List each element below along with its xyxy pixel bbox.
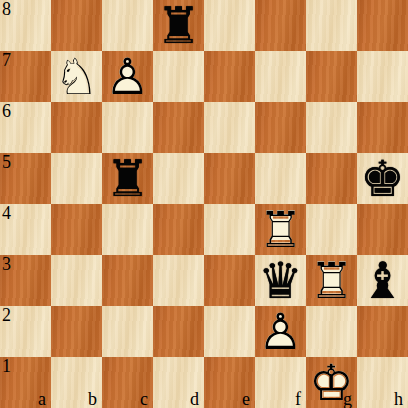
square-h1[interactable]: h bbox=[357, 357, 408, 408]
piece-white-rook-g3[interactable]: ♜♖ bbox=[306, 255, 357, 306]
white-king-outline: ♔ bbox=[306, 357, 357, 408]
white-knight-outline: ♘ bbox=[51, 51, 102, 102]
square-h8[interactable] bbox=[357, 0, 408, 51]
square-a5[interactable]: 5 bbox=[0, 153, 51, 204]
square-d7[interactable] bbox=[153, 51, 204, 102]
square-e7[interactable] bbox=[204, 51, 255, 102]
white-pawn-outline: ♙ bbox=[102, 51, 153, 102]
square-d6[interactable] bbox=[153, 102, 204, 153]
black-bishop-glyph: ♝ bbox=[357, 255, 408, 306]
square-e1[interactable]: e bbox=[204, 357, 255, 408]
black-rook-glyph: ♜ bbox=[102, 153, 153, 204]
piece-black-bishop-h3[interactable]: ♝ bbox=[357, 255, 408, 306]
square-g7[interactable] bbox=[306, 51, 357, 102]
piece-white-knight-b7[interactable]: ♞♘ bbox=[51, 51, 102, 102]
square-g8[interactable] bbox=[306, 0, 357, 51]
square-g5[interactable] bbox=[306, 153, 357, 204]
square-e5[interactable] bbox=[204, 153, 255, 204]
square-d3[interactable] bbox=[153, 255, 204, 306]
white-rook-outline: ♖ bbox=[306, 255, 357, 306]
piece-black-king-h5[interactable]: ♚ bbox=[357, 153, 408, 204]
square-b7[interactable]: ♞♘ bbox=[51, 51, 102, 102]
rank-label-5: 5 bbox=[2, 153, 11, 172]
square-c6[interactable] bbox=[102, 102, 153, 153]
square-c3[interactable] bbox=[102, 255, 153, 306]
square-a6[interactable]: 6 bbox=[0, 102, 51, 153]
square-b5[interactable] bbox=[51, 153, 102, 204]
square-c5[interactable]: ♜ bbox=[102, 153, 153, 204]
square-a3[interactable]: 3 bbox=[0, 255, 51, 306]
file-label-b: b bbox=[88, 390, 97, 408]
square-a8[interactable]: 8 bbox=[0, 0, 51, 51]
piece-black-queen-f3[interactable]: ♛ bbox=[255, 255, 306, 306]
rank-label-7: 7 bbox=[2, 51, 11, 70]
square-d8[interactable]: ♜ bbox=[153, 0, 204, 51]
square-b3[interactable] bbox=[51, 255, 102, 306]
square-e2[interactable] bbox=[204, 306, 255, 357]
square-b2[interactable] bbox=[51, 306, 102, 357]
square-f8[interactable] bbox=[255, 0, 306, 51]
white-rook-outline: ♖ bbox=[255, 204, 306, 255]
square-b1[interactable]: b bbox=[51, 357, 102, 408]
square-h4[interactable] bbox=[357, 204, 408, 255]
square-c4[interactable] bbox=[102, 204, 153, 255]
square-f2[interactable]: ♟♙ bbox=[255, 306, 306, 357]
file-label-a: a bbox=[38, 390, 46, 408]
square-a4[interactable]: 4 bbox=[0, 204, 51, 255]
chess-board: 8♜7♞♘♟♙65♜♚4♜♖3♛♜♖♝2♟♙1abcdefg♚♔h bbox=[0, 0, 408, 408]
square-h3[interactable]: ♝ bbox=[357, 255, 408, 306]
square-h6[interactable] bbox=[357, 102, 408, 153]
square-d2[interactable] bbox=[153, 306, 204, 357]
black-king-glyph: ♚ bbox=[357, 153, 408, 204]
square-d1[interactable]: d bbox=[153, 357, 204, 408]
piece-white-pawn-f2[interactable]: ♟♙ bbox=[255, 306, 306, 357]
square-g4[interactable] bbox=[306, 204, 357, 255]
square-e6[interactable] bbox=[204, 102, 255, 153]
chess-diagram: 8♜7♞♘♟♙65♜♚4♜♖3♛♜♖♝2♟♙1abcdefg♚♔h bbox=[0, 0, 408, 408]
piece-black-rook-c5[interactable]: ♜ bbox=[102, 153, 153, 204]
square-a2[interactable]: 2 bbox=[0, 306, 51, 357]
square-e8[interactable] bbox=[204, 0, 255, 51]
black-queen-glyph: ♛ bbox=[255, 255, 306, 306]
rank-label-4: 4 bbox=[2, 204, 11, 223]
square-d5[interactable] bbox=[153, 153, 204, 204]
black-rook-glyph: ♜ bbox=[153, 0, 204, 51]
square-g2[interactable] bbox=[306, 306, 357, 357]
square-a1[interactable]: 1a bbox=[0, 357, 51, 408]
square-e4[interactable] bbox=[204, 204, 255, 255]
square-b4[interactable] bbox=[51, 204, 102, 255]
square-g6[interactable] bbox=[306, 102, 357, 153]
square-g1[interactable]: g♚♔ bbox=[306, 357, 357, 408]
piece-white-rook-f4[interactable]: ♜♖ bbox=[255, 204, 306, 255]
piece-white-pawn-c7[interactable]: ♟♙ bbox=[102, 51, 153, 102]
rank-label-6: 6 bbox=[2, 102, 11, 121]
square-d4[interactable] bbox=[153, 204, 204, 255]
square-h5[interactable]: ♚ bbox=[357, 153, 408, 204]
square-c2[interactable] bbox=[102, 306, 153, 357]
square-f6[interactable] bbox=[255, 102, 306, 153]
file-label-c: c bbox=[140, 390, 148, 408]
file-label-h: h bbox=[394, 390, 403, 408]
square-f1[interactable]: f bbox=[255, 357, 306, 408]
square-b8[interactable] bbox=[51, 0, 102, 51]
square-h7[interactable] bbox=[357, 51, 408, 102]
piece-black-rook-d8[interactable]: ♜ bbox=[153, 0, 204, 51]
rank-label-8: 8 bbox=[2, 0, 11, 19]
square-f4[interactable]: ♜♖ bbox=[255, 204, 306, 255]
square-b6[interactable] bbox=[51, 102, 102, 153]
square-c1[interactable]: c bbox=[102, 357, 153, 408]
square-a7[interactable]: 7 bbox=[0, 51, 51, 102]
file-label-f: f bbox=[295, 390, 301, 408]
square-c7[interactable]: ♟♙ bbox=[102, 51, 153, 102]
square-g3[interactable]: ♜♖ bbox=[306, 255, 357, 306]
rank-label-1: 1 bbox=[2, 357, 11, 376]
file-label-e: e bbox=[242, 390, 250, 408]
square-f5[interactable] bbox=[255, 153, 306, 204]
square-f3[interactable]: ♛ bbox=[255, 255, 306, 306]
square-e3[interactable] bbox=[204, 255, 255, 306]
square-h2[interactable] bbox=[357, 306, 408, 357]
white-pawn-outline: ♙ bbox=[255, 306, 306, 357]
square-c8[interactable] bbox=[102, 0, 153, 51]
rank-label-3: 3 bbox=[2, 255, 11, 274]
piece-white-king-g1[interactable]: ♚♔ bbox=[306, 357, 357, 408]
square-f7[interactable] bbox=[255, 51, 306, 102]
rank-label-2: 2 bbox=[2, 306, 11, 325]
file-label-d: d bbox=[190, 390, 199, 408]
